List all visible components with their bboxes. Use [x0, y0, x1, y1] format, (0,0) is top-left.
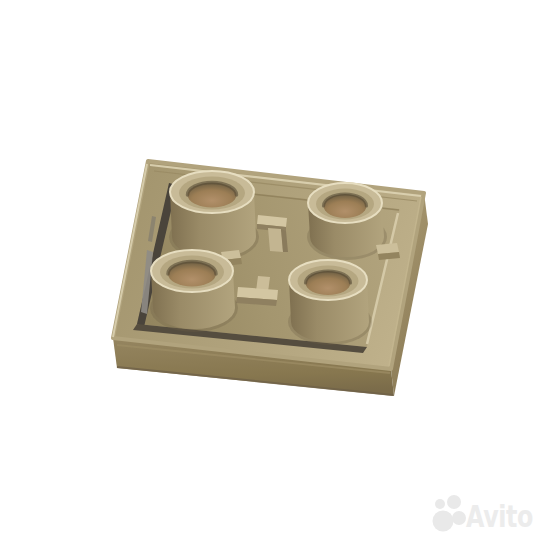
anti-stud-back-left — [169, 171, 259, 261]
rib-upper-t-stem — [268, 228, 283, 252]
anti-stud-back-right — [307, 183, 387, 260]
watermark-text: Avito — [466, 499, 533, 534]
logo-circle-small — [435, 499, 445, 509]
avito-watermark: Avito — [433, 495, 534, 534]
logo-circle-top-right — [447, 495, 461, 509]
lego-piece — [113, 161, 428, 396]
anti-stud-front-right — [288, 260, 372, 345]
lego-piece-image: Avito — [0, 0, 540, 540]
avito-logo-icon — [433, 495, 467, 532]
logo-circle-right — [452, 511, 466, 525]
logo-circle-large — [433, 511, 454, 532]
anti-stud-front-left — [150, 250, 238, 332]
product-photo: Avito — [0, 0, 540, 540]
